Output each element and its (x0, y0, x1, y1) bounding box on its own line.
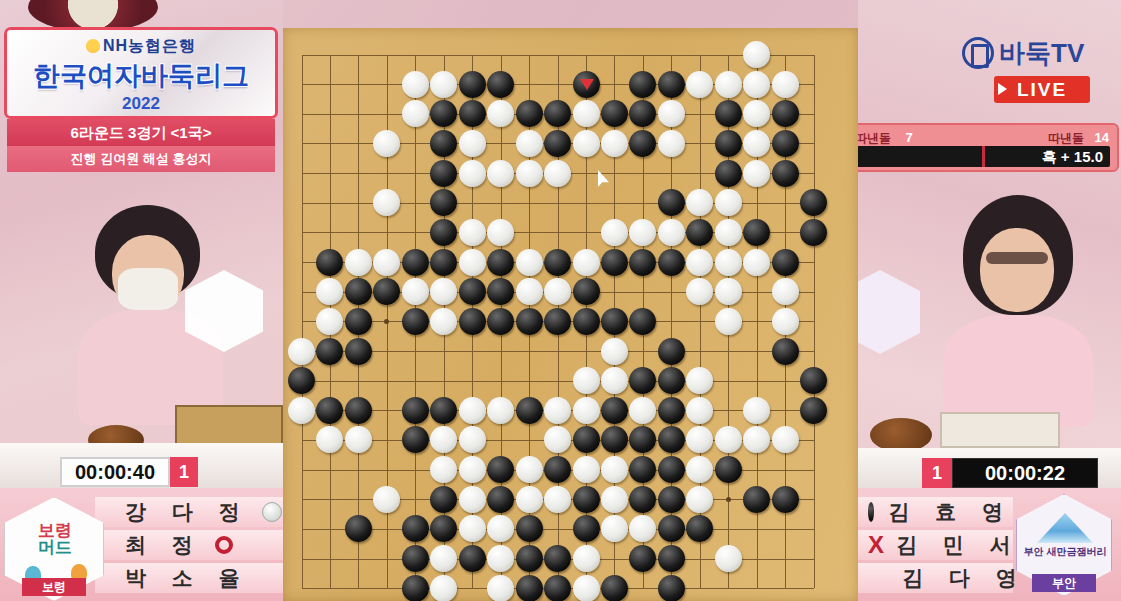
white-stone (658, 130, 685, 157)
black-stone (516, 397, 543, 424)
white-stone (516, 130, 543, 157)
black-stone (487, 308, 514, 335)
white-stone (430, 545, 457, 572)
nh-logo-icon (86, 39, 100, 53)
score-estimate: 흑 + 15.0 (1042, 146, 1103, 167)
black-stone (658, 486, 685, 513)
jamboree-art-icon (1037, 513, 1093, 543)
white-stone (373, 249, 400, 276)
white-stone (544, 486, 571, 513)
black-stone (316, 249, 343, 276)
white-stone (715, 278, 742, 305)
white-stone (573, 397, 600, 424)
capture-score-panel: 따낸돌 7 따낸돌 14 흑 + 15.0 (845, 123, 1119, 172)
white-stone (715, 189, 742, 216)
black-stone (459, 308, 486, 335)
black-stone (430, 130, 457, 157)
red-x-icon: X (868, 535, 884, 555)
white-stone (715, 71, 742, 98)
white-stone (686, 456, 713, 483)
black-stone (459, 100, 486, 127)
white-stone (743, 249, 770, 276)
black-stone (345, 278, 372, 305)
black-stone (686, 515, 713, 542)
white-stone (686, 278, 713, 305)
right-player-1-name: 김 효 영 (888, 498, 1013, 526)
white-stone (772, 71, 799, 98)
black-stone (316, 397, 343, 424)
black-stone (345, 338, 372, 365)
left-table-goban (175, 405, 283, 445)
channel-logo: 바둑TV (962, 33, 1112, 73)
white-stone (743, 41, 770, 68)
white-stone (288, 338, 315, 365)
white-stone (573, 545, 600, 572)
white-stone (743, 71, 770, 98)
white-stone (402, 71, 429, 98)
white-stone (573, 575, 600, 601)
white-stone (430, 278, 457, 305)
black-stone (544, 308, 571, 335)
white-stone (516, 456, 543, 483)
left-player-3-name: 박 소 율 (125, 564, 250, 592)
right-stone-bowl (870, 418, 932, 452)
white-stone (686, 426, 713, 453)
white-stone (544, 426, 571, 453)
black-stone (573, 426, 600, 453)
black-stone (459, 278, 486, 305)
right-clock: 00:00:22 (952, 458, 1098, 488)
live-badge: LIVE (994, 76, 1090, 103)
white-stone (459, 486, 486, 513)
black-stone (516, 545, 543, 572)
white-stone (459, 249, 486, 276)
black-stone (544, 545, 571, 572)
black-stone (373, 278, 400, 305)
white-stone (772, 278, 799, 305)
white-stone (715, 545, 742, 572)
black-stone (658, 71, 685, 98)
black-stone (800, 367, 827, 394)
white-stone (459, 456, 486, 483)
white-stone (601, 486, 628, 513)
black-stone (487, 278, 514, 305)
white-stone (516, 160, 543, 187)
white-stone (743, 397, 770, 424)
white-stone (487, 515, 514, 542)
league-banner: NH농협은행 한국여자바둑리그 2022 (7, 30, 275, 116)
white-stone (487, 160, 514, 187)
black-stone (686, 219, 713, 246)
white-stone (487, 397, 514, 424)
right-table-items (940, 412, 1060, 448)
black-stone (629, 545, 656, 572)
white-stone (743, 100, 770, 127)
black-stone (658, 515, 685, 542)
black-stone (516, 100, 543, 127)
black-stone (658, 397, 685, 424)
white-stone (601, 367, 628, 394)
baduktv-icon (962, 37, 994, 69)
white-stone (629, 397, 656, 424)
white-stone (743, 160, 770, 187)
black-stone (658, 367, 685, 394)
black-stone (629, 100, 656, 127)
black-stone (573, 71, 600, 98)
black-stone (601, 249, 628, 276)
black-stone (800, 219, 827, 246)
white-stone (373, 130, 400, 157)
white-stone (373, 189, 400, 216)
black-stone (772, 338, 799, 365)
black-stone (430, 189, 457, 216)
black-stone (430, 100, 457, 127)
white-stone (573, 367, 600, 394)
white-stone (402, 100, 429, 127)
white-stone (601, 219, 628, 246)
black-stone (487, 486, 514, 513)
black-stone (743, 219, 770, 246)
white-stone (686, 486, 713, 513)
broadcast-screen: NH농협은행 한국여자바둑리그 2022 6라운드 3경기 <1국> 진행 김여… (0, 0, 1121, 601)
black-stone (345, 397, 372, 424)
white-stone (459, 160, 486, 187)
black-stone (402, 545, 429, 572)
white-stone (629, 515, 656, 542)
white-stone (772, 308, 799, 335)
black-stone-icon (868, 502, 874, 522)
white-stone (715, 426, 742, 453)
black-stone (601, 308, 628, 335)
white-stone (288, 397, 315, 424)
black-stone (772, 160, 799, 187)
white-stone (316, 426, 343, 453)
left-player-2-name: 최 정 (125, 531, 203, 559)
white-stone (487, 219, 514, 246)
white-stone (430, 426, 457, 453)
star-point (726, 497, 731, 502)
black-stone (601, 426, 628, 453)
white-stone (573, 249, 600, 276)
left-capture-count: 7 (905, 130, 912, 145)
white-stone (487, 100, 514, 127)
white-stone (658, 219, 685, 246)
black-stone (658, 338, 685, 365)
white-stone (601, 338, 628, 365)
white-stone (715, 308, 742, 335)
score-estimate-bar: 흑 + 15.0 (854, 146, 1110, 167)
white-stone (373, 486, 400, 513)
black-stone (800, 397, 827, 424)
white-stone (487, 575, 514, 601)
white-stone (658, 100, 685, 127)
black-stone (658, 249, 685, 276)
white-stone (686, 71, 713, 98)
black-stone (601, 397, 628, 424)
black-stone (573, 278, 600, 305)
black-stone (772, 486, 799, 513)
white-stone (772, 426, 799, 453)
black-stone (487, 249, 514, 276)
black-stone (573, 515, 600, 542)
black-stone (402, 397, 429, 424)
black-stone (658, 575, 685, 601)
white-stone (516, 486, 543, 513)
white-stone (544, 160, 571, 187)
play-icon (998, 83, 1007, 95)
white-stone (573, 100, 600, 127)
white-stone (573, 130, 600, 157)
white-stone (743, 426, 770, 453)
black-stone (345, 308, 372, 335)
black-stone (715, 130, 742, 157)
black-stone (487, 456, 514, 483)
white-stone (573, 456, 600, 483)
white-stone (316, 278, 343, 305)
white-stone (459, 515, 486, 542)
black-stone (430, 486, 457, 513)
left-player-1-name: 강 다 정 (125, 498, 250, 526)
white-stone (601, 456, 628, 483)
white-stone (316, 308, 343, 335)
white-stone (601, 130, 628, 157)
white-stone (459, 426, 486, 453)
black-stone (544, 456, 571, 483)
right-player-2-name: 김 민 서 (896, 531, 1021, 559)
grid-line (302, 381, 814, 382)
black-stone (772, 249, 799, 276)
black-stone (402, 249, 429, 276)
black-stone (516, 308, 543, 335)
right-player-3-name: 김 다 영 (902, 564, 1027, 592)
right-team-name: 부안 (1032, 574, 1096, 592)
black-stone (516, 515, 543, 542)
left-clock: 00:00:40 (60, 457, 170, 487)
black-stone (658, 456, 685, 483)
black-stone (430, 397, 457, 424)
grid-line (302, 351, 814, 352)
black-stone (430, 160, 457, 187)
go-board[interactable] (283, 28, 858, 601)
red-ring-icon (215, 536, 233, 554)
black-stone (430, 219, 457, 246)
white-stone (743, 130, 770, 157)
white-stone (686, 249, 713, 276)
black-stone (316, 338, 343, 365)
black-stone (629, 456, 656, 483)
white-stone (601, 515, 628, 542)
black-stone (459, 545, 486, 572)
white-stone (459, 130, 486, 157)
black-stone (715, 100, 742, 127)
black-stone (629, 367, 656, 394)
white-stone (459, 219, 486, 246)
white-stone (516, 278, 543, 305)
black-stone (629, 486, 656, 513)
white-stone (686, 367, 713, 394)
black-stone (345, 515, 372, 542)
black-stone (715, 456, 742, 483)
black-stone (544, 130, 571, 157)
black-stone (629, 426, 656, 453)
black-stone (601, 575, 628, 601)
black-stone (772, 130, 799, 157)
round-info-bar: 6라운드 3경기 <1국> (7, 119, 275, 146)
staff-info-bar: 진행 김여원 해설 홍성지 (7, 146, 275, 172)
white-stone (715, 219, 742, 246)
star-point (384, 319, 389, 324)
left-byoyomi-count: 1 (170, 457, 198, 487)
black-stone (402, 426, 429, 453)
black-stone (430, 515, 457, 542)
left-team-name: 보령 (22, 578, 86, 596)
black-stone (800, 189, 827, 216)
last-move-marker-icon (580, 79, 594, 90)
black-stone (544, 100, 571, 127)
white-stone (544, 397, 571, 424)
black-stone (658, 545, 685, 572)
right-capture-count: 14 (1095, 130, 1109, 145)
black-stone (544, 249, 571, 276)
black-stone (402, 308, 429, 335)
grid-line (302, 529, 814, 530)
white-stone (686, 189, 713, 216)
sponsor-line: NH농협은행 (7, 36, 275, 57)
grid-line (814, 55, 815, 589)
white-stone (402, 278, 429, 305)
black-stone (772, 100, 799, 127)
black-stone (459, 71, 486, 98)
black-stone (402, 515, 429, 542)
white-stone (715, 249, 742, 276)
white-stone (430, 71, 457, 98)
black-stone (430, 249, 457, 276)
league-title: 한국여자바둑리그 (7, 58, 275, 94)
white-stone (430, 456, 457, 483)
black-stone (544, 575, 571, 601)
studio-wall-clock (28, 0, 158, 32)
white-stone-icon (262, 502, 282, 522)
white-stone (686, 397, 713, 424)
right-byoyomi-count: 1 (922, 458, 952, 488)
white-stone (516, 249, 543, 276)
black-stone (658, 189, 685, 216)
white-stone (544, 278, 571, 305)
black-stone (629, 130, 656, 157)
white-stone (345, 249, 372, 276)
black-stone (629, 308, 656, 335)
white-stone (345, 426, 372, 453)
black-stone (629, 249, 656, 276)
black-stone (288, 367, 315, 394)
black-stone (629, 71, 656, 98)
black-stone (487, 71, 514, 98)
white-stone (629, 219, 656, 246)
black-stone (715, 160, 742, 187)
black-stone (601, 100, 628, 127)
white-stone (430, 308, 457, 335)
league-year: 2022 (7, 94, 275, 114)
black-stone (516, 575, 543, 601)
black-stone (573, 486, 600, 513)
white-stone (430, 575, 457, 601)
white-stone (487, 545, 514, 572)
black-stone (402, 575, 429, 601)
black-stone (743, 486, 770, 513)
black-stone (658, 426, 685, 453)
white-stone (459, 397, 486, 424)
black-stone (573, 308, 600, 335)
